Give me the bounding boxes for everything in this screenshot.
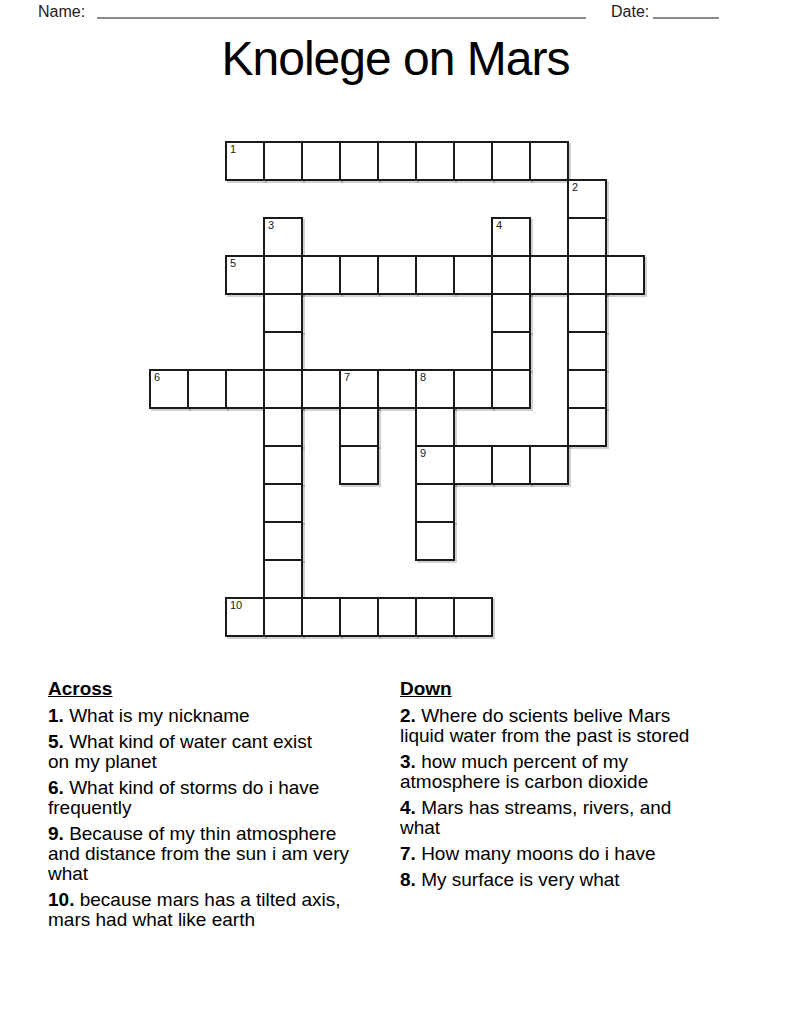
clue-text: because mars has a tilted axis, mars had…	[48, 889, 341, 930]
grid-cell-r3c7[interactable]	[415, 255, 455, 295]
grid-cell-r0c4[interactable]	[301, 141, 341, 181]
crossword-grid: 12345678910	[149, 141, 645, 637]
grid-cell-r6c0[interactable]: 6	[149, 369, 189, 409]
clue-number-label: 8.	[400, 869, 421, 890]
grid-cell-r6c6[interactable]	[377, 369, 417, 409]
grid-cell-r9c3[interactable]	[263, 483, 303, 523]
grid-cell-r6c2[interactable]	[225, 369, 265, 409]
clue-text: Where do scients belive Mars liquid wate…	[400, 705, 689, 746]
grid-cell-r7c5[interactable]	[339, 407, 379, 447]
clue-text: What is my nickname	[69, 705, 250, 726]
worksheet-page: Name: Date: Knolege on Mars 12345678910 …	[0, 0, 791, 1024]
grid-cell-r8c9[interactable]	[491, 445, 531, 485]
grid-cell-r5c3[interactable]	[263, 331, 303, 371]
name-blank-line	[97, 17, 586, 19]
grid-cell-r10c7[interactable]	[415, 521, 455, 561]
grid-cell-r1c11[interactable]: 2	[567, 179, 607, 219]
clue-number-label: 7.	[400, 843, 421, 864]
cell-clue-number: 10	[230, 600, 242, 611]
grid-cell-r7c3[interactable]	[263, 407, 303, 447]
grid-cell-r12c4[interactable]	[301, 597, 341, 637]
cell-clue-number: 8	[420, 372, 426, 383]
clue-item-across-6: 6. What kind of storms do i have frequen…	[48, 778, 408, 818]
grid-cell-r0c3[interactable]	[263, 141, 303, 181]
date-blank-line	[653, 17, 719, 19]
grid-cell-r11c3[interactable]	[263, 559, 303, 599]
grid-cell-r7c11[interactable]	[567, 407, 607, 447]
clue-text: Mars has streams, rivers, and what	[400, 797, 671, 838]
cell-clue-number: 4	[496, 220, 502, 231]
cell-clue-number: 5	[230, 258, 236, 269]
clue-item-down-8: 8. My surface is very what	[400, 870, 775, 890]
across-heading: Across	[48, 679, 408, 699]
cell-clue-number: 6	[154, 372, 160, 383]
grid-cell-r0c2[interactable]: 1	[225, 141, 265, 181]
cell-clue-number: 1	[230, 144, 236, 155]
grid-cell-r2c9[interactable]: 4	[491, 217, 531, 257]
grid-cell-r3c10[interactable]	[529, 255, 569, 295]
grid-cell-r12c5[interactable]	[339, 597, 379, 637]
clue-text: Because of my thin atmosphere and distan…	[48, 823, 349, 884]
grid-cell-r10c3[interactable]	[263, 521, 303, 561]
clue-item-across-5: 5. What kind of water cant exist on my p…	[48, 732, 408, 772]
grid-cell-r6c11[interactable]	[567, 369, 607, 409]
clue-number-label: 1.	[48, 705, 69, 726]
grid-cell-r4c11[interactable]	[567, 293, 607, 333]
name-label: Name:	[38, 3, 85, 21]
grid-cell-r0c5[interactable]	[339, 141, 379, 181]
clue-number-label: 2.	[400, 705, 421, 726]
clue-item-across-9: 9. Because of my thin atmosphere and dis…	[48, 824, 408, 884]
grid-cell-r3c3[interactable]	[263, 255, 303, 295]
clue-number-label: 6.	[48, 777, 69, 798]
clue-item-down-2: 2. Where do scients belive Mars liquid w…	[400, 706, 775, 746]
grid-cell-r3c11[interactable]	[567, 255, 607, 295]
grid-cell-r5c11[interactable]	[567, 331, 607, 371]
date-label: Date:	[611, 3, 649, 21]
clue-item-down-7: 7. How many moons do i have	[400, 844, 775, 864]
clue-text: What kind of storms do i have frequently	[48, 777, 319, 818]
grid-cell-r0c9[interactable]	[491, 141, 531, 181]
clue-item-down-3: 3. how much percent of my atmosphere is …	[400, 752, 775, 792]
grid-cell-r6c4[interactable]	[301, 369, 341, 409]
grid-cell-r12c7[interactable]	[415, 597, 455, 637]
grid-cell-r6c9[interactable]	[491, 369, 531, 409]
clue-number-label: 3.	[400, 751, 421, 772]
grid-cell-r12c2[interactable]: 10	[225, 597, 265, 637]
cell-clue-number: 3	[268, 220, 274, 231]
clue-text: My surface is very what	[421, 869, 620, 890]
clue-number-label: 4.	[400, 797, 421, 818]
grid-cell-r8c8[interactable]	[453, 445, 493, 485]
page-title: Knolege on Mars	[0, 31, 791, 86]
clue-item-across-10: 10. because mars has a tilted axis, mars…	[48, 890, 408, 930]
grid-cell-r3c12[interactable]	[605, 255, 645, 295]
grid-cell-r0c8[interactable]	[453, 141, 493, 181]
down-clues-section: Down 2. Where do scients belive Mars liq…	[400, 679, 775, 896]
grid-cell-r2c3[interactable]: 3	[263, 217, 303, 257]
grid-cell-r2c11[interactable]	[567, 217, 607, 257]
cell-clue-number: 9	[420, 448, 426, 459]
clue-text: How many moons do i have	[421, 843, 655, 864]
grid-cell-r8c5[interactable]	[339, 445, 379, 485]
clue-item-down-4: 4. Mars has streams, rivers, and what	[400, 798, 775, 838]
clue-number-label: 10.	[48, 889, 80, 910]
cell-clue-number: 7	[344, 372, 350, 383]
cell-clue-number: 2	[572, 182, 578, 193]
grid-cell-r3c4[interactable]	[301, 255, 341, 295]
grid-cell-r6c7[interactable]: 8	[415, 369, 455, 409]
grid-cell-r6c8[interactable]	[453, 369, 493, 409]
grid-cell-r12c6[interactable]	[377, 597, 417, 637]
grid-cell-r8c3[interactable]	[263, 445, 303, 485]
grid-cell-r12c3[interactable]	[263, 597, 303, 637]
across-clues-list: 1. What is my nickname5. What kind of wa…	[48, 706, 408, 930]
grid-cell-r6c5[interactable]: 7	[339, 369, 379, 409]
grid-cell-r0c6[interactable]	[377, 141, 417, 181]
clue-number-label: 5.	[48, 731, 69, 752]
down-heading: Down	[400, 679, 775, 699]
grid-cell-r3c5[interactable]	[339, 255, 379, 295]
grid-cell-r3c9[interactable]	[491, 255, 531, 295]
grid-cell-r4c9[interactable]	[491, 293, 531, 333]
grid-cell-r8c7[interactable]: 9	[415, 445, 455, 485]
grid-cell-r5c9[interactable]	[491, 331, 531, 371]
clue-text: how much percent of my atmosphere is car…	[400, 751, 648, 792]
grid-cell-r7c7[interactable]	[415, 407, 455, 447]
across-clues-section: Across 1. What is my nickname5. What kin…	[48, 679, 408, 936]
clue-item-across-1: 1. What is my nickname	[48, 706, 408, 726]
clue-text: What kind of water cant exist on my plan…	[48, 731, 312, 772]
grid-cell-r8c10[interactable]	[529, 445, 569, 485]
grid-cell-r6c3[interactable]	[263, 369, 303, 409]
grid-cell-r3c6[interactable]	[377, 255, 417, 295]
clue-number-label: 9.	[48, 823, 69, 844]
grid-cell-r9c7[interactable]	[415, 483, 455, 523]
grid-cell-r4c3[interactable]	[263, 293, 303, 333]
grid-cell-r0c10[interactable]	[529, 141, 569, 181]
grid-cell-r3c2[interactable]: 5	[225, 255, 265, 295]
grid-cell-r6c1[interactable]	[187, 369, 227, 409]
grid-cell-r12c8[interactable]	[453, 597, 493, 637]
grid-cell-r0c7[interactable]	[415, 141, 455, 181]
grid-cell-r3c8[interactable]	[453, 255, 493, 295]
down-clues-list: 2. Where do scients belive Mars liquid w…	[400, 706, 775, 890]
